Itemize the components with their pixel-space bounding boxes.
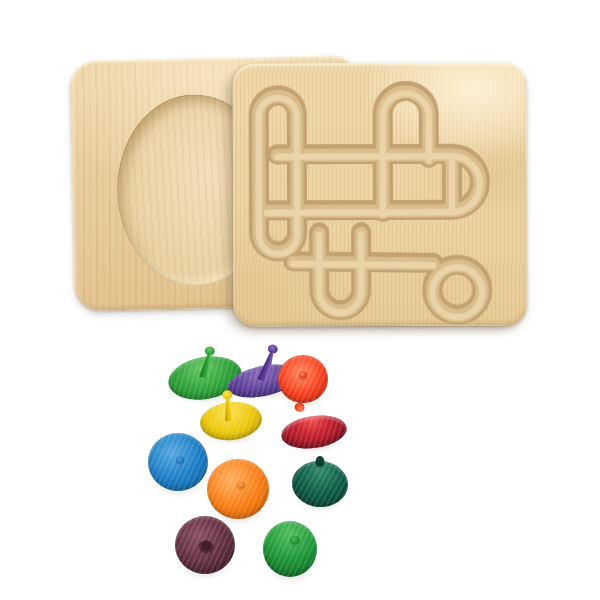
top-center-nub	[199, 540, 214, 553]
top-center-nub	[176, 457, 184, 464]
top-disc	[263, 521, 317, 577]
top-disc	[207, 459, 269, 519]
top-center-nub	[299, 372, 307, 379]
top-stem-tip	[316, 456, 325, 467]
spinning-tops	[0, 0, 600, 600]
top-center-nub	[291, 536, 300, 544]
stem-shaft	[221, 395, 237, 422]
top-blue-spinning-top[interactable]	[148, 433, 208, 491]
top-plum-spinning-top[interactable]	[175, 516, 235, 574]
top-orange-spinning-top[interactable]	[207, 459, 269, 519]
product-photo	[0, 0, 600, 600]
top-scarlet-spinning-top[interactable]	[278, 355, 328, 403]
top-crimson-spinning-top[interactable]	[281, 416, 347, 448]
top-center-nub	[237, 482, 245, 489]
top-disc	[278, 355, 328, 403]
top-dark-green-spinning-top[interactable]	[292, 461, 348, 507]
top-yellow-spinning-top[interactable]	[200, 402, 262, 440]
top-light-green-spinning-top[interactable]	[263, 521, 317, 577]
